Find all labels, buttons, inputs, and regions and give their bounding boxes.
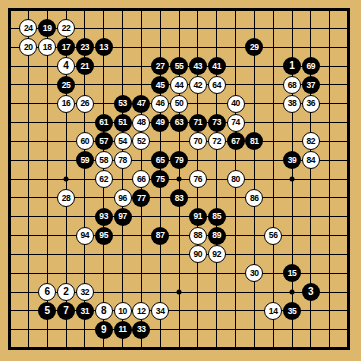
grid-line-horizontal xyxy=(8,235,350,236)
stone-53-black[interactable]: 53 xyxy=(114,95,132,113)
move-number-label: 20 xyxy=(24,43,33,52)
grid-line-vertical xyxy=(329,8,330,350)
stone-1-black[interactable]: 1 xyxy=(283,57,301,75)
stone-84-white[interactable]: 84 xyxy=(302,151,320,169)
stone-40-white[interactable]: 40 xyxy=(227,95,245,113)
stone-86-white[interactable]: 86 xyxy=(245,189,263,207)
stone-90-white[interactable]: 90 xyxy=(189,245,207,263)
stone-66-white[interactable]: 66 xyxy=(132,170,150,188)
move-number-label: 31 xyxy=(81,307,90,316)
move-number-label: 16 xyxy=(62,99,71,108)
move-number-label: 89 xyxy=(212,231,221,240)
move-number-label: 80 xyxy=(231,175,240,184)
move-number-label: 40 xyxy=(231,99,240,108)
stone-77-black[interactable]: 77 xyxy=(132,189,150,207)
stone-34-white[interactable]: 34 xyxy=(151,302,169,320)
move-number-label: 77 xyxy=(137,194,146,203)
stone-22-white[interactable]: 22 xyxy=(57,19,75,37)
stone-12-white[interactable]: 12 xyxy=(132,302,150,320)
stone-61-black[interactable]: 61 xyxy=(95,114,113,132)
stone-89-black[interactable]: 89 xyxy=(208,227,226,245)
move-number-label: 32 xyxy=(81,288,90,297)
move-number-label: 75 xyxy=(156,175,165,184)
move-number-label: 19 xyxy=(43,24,52,33)
stone-95-black[interactable]: 95 xyxy=(95,227,113,245)
stone-35-black[interactable]: 35 xyxy=(283,302,301,320)
move-number-label: 26 xyxy=(81,99,90,108)
stone-51-black[interactable]: 51 xyxy=(114,114,132,132)
move-number-label: 6 xyxy=(44,287,50,297)
move-number-label: 46 xyxy=(156,99,165,108)
move-number-label: 14 xyxy=(269,307,278,316)
stone-80-white[interactable]: 80 xyxy=(227,170,245,188)
stone-44-white[interactable]: 44 xyxy=(170,76,188,94)
stone-60-white[interactable]: 60 xyxy=(76,132,94,150)
star-point xyxy=(290,290,295,295)
move-number-label: 63 xyxy=(175,118,184,127)
stone-82-white[interactable]: 82 xyxy=(302,132,320,150)
stone-18-white[interactable]: 18 xyxy=(38,38,56,56)
grid-line-vertical xyxy=(273,8,274,350)
star-point xyxy=(177,290,182,295)
move-number-label: 71 xyxy=(194,118,203,127)
move-number-label: 67 xyxy=(231,137,240,146)
move-number-label: 62 xyxy=(99,175,108,184)
move-number-label: 7 xyxy=(63,306,69,316)
move-number-label: 84 xyxy=(307,156,316,165)
move-number-label: 95 xyxy=(99,231,108,240)
stone-26-white[interactable]: 26 xyxy=(76,95,94,113)
stone-96-white[interactable]: 96 xyxy=(114,189,132,207)
move-number-label: 73 xyxy=(212,118,221,127)
go-board: 1234567891011121314151617181920212223242… xyxy=(0,0,361,361)
move-number-label: 88 xyxy=(194,231,203,240)
stone-27-black[interactable]: 27 xyxy=(151,57,169,75)
stone-72-white[interactable]: 72 xyxy=(208,132,226,150)
stone-23-black[interactable]: 23 xyxy=(76,38,94,56)
move-number-label: 65 xyxy=(156,156,165,165)
stone-68-white[interactable]: 68 xyxy=(283,76,301,94)
stone-75-black[interactable]: 75 xyxy=(151,170,169,188)
move-number-label: 78 xyxy=(118,156,127,165)
stone-69-black[interactable]: 69 xyxy=(302,57,320,75)
move-number-label: 39 xyxy=(288,156,297,165)
star-point xyxy=(290,177,295,182)
stone-81-black[interactable]: 81 xyxy=(245,132,263,150)
stone-4-white[interactable]: 4 xyxy=(57,57,75,75)
move-number-label: 53 xyxy=(118,99,127,108)
stone-54-white[interactable]: 54 xyxy=(114,132,132,150)
stone-45-black[interactable]: 45 xyxy=(151,76,169,94)
stone-93-black[interactable]: 93 xyxy=(95,208,113,226)
move-number-label: 49 xyxy=(156,118,165,127)
move-number-label: 10 xyxy=(118,307,127,316)
move-number-label: 60 xyxy=(81,137,90,146)
stone-87-black[interactable]: 87 xyxy=(151,227,169,245)
move-number-label: 34 xyxy=(156,307,165,316)
stone-16-white[interactable]: 16 xyxy=(57,95,75,113)
stone-76-white[interactable]: 76 xyxy=(189,170,207,188)
move-number-label: 56 xyxy=(269,231,278,240)
stone-8-white[interactable]: 8 xyxy=(95,302,113,320)
stone-25-black[interactable]: 25 xyxy=(57,76,75,94)
move-number-label: 93 xyxy=(99,212,108,221)
stone-91-black[interactable]: 91 xyxy=(189,208,207,226)
stone-37-black[interactable]: 37 xyxy=(302,76,320,94)
stone-36-white[interactable]: 36 xyxy=(302,95,320,113)
stone-38-white[interactable]: 38 xyxy=(283,95,301,113)
move-number-label: 57 xyxy=(99,137,108,146)
stone-28-white[interactable]: 28 xyxy=(57,189,75,207)
stone-57-black[interactable]: 57 xyxy=(95,132,113,150)
stone-46-white[interactable]: 46 xyxy=(151,95,169,113)
move-number-label: 37 xyxy=(307,81,316,90)
move-number-label: 76 xyxy=(194,175,203,184)
stone-88-white[interactable]: 88 xyxy=(189,227,207,245)
stone-30-white[interactable]: 30 xyxy=(245,264,263,282)
move-number-label: 29 xyxy=(250,43,259,52)
move-number-label: 52 xyxy=(137,137,146,146)
move-number-label: 36 xyxy=(307,99,316,108)
grid-line-vertical xyxy=(254,8,255,350)
stone-63-black[interactable]: 63 xyxy=(170,114,188,132)
stone-7-black[interactable]: 7 xyxy=(57,302,75,320)
stone-73-black[interactable]: 73 xyxy=(208,114,226,132)
grid-line-horizontal xyxy=(8,347,350,350)
move-number-label: 25 xyxy=(62,81,71,90)
stone-43-black[interactable]: 43 xyxy=(189,57,207,75)
stone-17-black[interactable]: 17 xyxy=(57,38,75,56)
move-number-label: 30 xyxy=(250,269,259,278)
stone-92-white[interactable]: 92 xyxy=(208,245,226,263)
move-number-label: 64 xyxy=(212,81,221,90)
move-number-label: 72 xyxy=(212,137,221,146)
stone-24-white[interactable]: 24 xyxy=(19,19,37,37)
move-number-label: 51 xyxy=(118,118,127,127)
stone-56-white[interactable]: 56 xyxy=(264,227,282,245)
move-number-label: 42 xyxy=(194,81,203,90)
move-number-label: 35 xyxy=(288,307,297,316)
stone-19-black[interactable]: 19 xyxy=(38,19,56,37)
move-number-label: 96 xyxy=(118,194,127,203)
move-number-label: 83 xyxy=(175,194,184,203)
stone-59-black[interactable]: 59 xyxy=(76,151,94,169)
move-number-label: 50 xyxy=(175,99,184,108)
move-number-label: 74 xyxy=(231,118,240,127)
move-number-label: 48 xyxy=(137,118,146,127)
move-number-label: 90 xyxy=(194,250,203,259)
stone-55-black[interactable]: 55 xyxy=(170,57,188,75)
stone-85-black[interactable]: 85 xyxy=(208,208,226,226)
move-number-label: 94 xyxy=(81,231,90,240)
stone-47-black[interactable]: 47 xyxy=(132,95,150,113)
move-number-label: 43 xyxy=(194,62,203,71)
stone-3-black[interactable]: 3 xyxy=(302,283,320,301)
stone-42-white[interactable]: 42 xyxy=(189,76,207,94)
move-number-label: 45 xyxy=(156,81,165,90)
stone-21-black[interactable]: 21 xyxy=(76,57,94,75)
move-number-label: 9 xyxy=(101,325,107,335)
stone-70-white[interactable]: 70 xyxy=(189,132,207,150)
move-number-label: 68 xyxy=(288,81,297,90)
stone-6-white[interactable]: 6 xyxy=(38,283,56,301)
stone-52-white[interactable]: 52 xyxy=(132,132,150,150)
stone-48-white[interactable]: 48 xyxy=(132,114,150,132)
move-number-label: 28 xyxy=(62,194,71,203)
move-number-label: 15 xyxy=(288,269,297,278)
stone-39-black[interactable]: 39 xyxy=(283,151,301,169)
move-number-label: 87 xyxy=(156,231,165,240)
stone-65-black[interactable]: 65 xyxy=(151,151,169,169)
move-number-label: 86 xyxy=(250,194,259,203)
move-number-label: 91 xyxy=(194,212,203,221)
move-number-label: 8 xyxy=(101,306,107,316)
move-number-label: 3 xyxy=(308,287,314,297)
move-number-label: 2 xyxy=(63,287,69,297)
move-number-label: 61 xyxy=(99,118,108,127)
stone-31-black[interactable]: 31 xyxy=(76,302,94,320)
stone-5-black[interactable]: 5 xyxy=(38,302,56,320)
stone-49-black[interactable]: 49 xyxy=(151,114,169,132)
stone-11-black[interactable]: 11 xyxy=(114,321,132,339)
stone-15-black[interactable]: 15 xyxy=(283,264,301,282)
stone-50-white[interactable]: 50 xyxy=(170,95,188,113)
move-number-label: 70 xyxy=(194,137,203,146)
move-number-label: 23 xyxy=(81,43,90,52)
star-point xyxy=(177,177,182,182)
stone-33-black[interactable]: 33 xyxy=(132,321,150,339)
move-number-label: 18 xyxy=(43,43,52,52)
move-number-label: 82 xyxy=(307,137,316,146)
stone-64-white[interactable]: 64 xyxy=(208,76,226,94)
stone-97-black[interactable]: 97 xyxy=(114,208,132,226)
move-number-label: 41 xyxy=(212,62,221,71)
move-number-label: 81 xyxy=(250,137,259,146)
stone-41-black[interactable]: 41 xyxy=(208,57,226,75)
stone-14-white[interactable]: 14 xyxy=(264,302,282,320)
move-number-label: 59 xyxy=(81,156,90,165)
move-number-label: 27 xyxy=(156,62,165,71)
move-number-label: 22 xyxy=(62,24,71,33)
stone-79-black[interactable]: 79 xyxy=(170,151,188,169)
stone-67-black[interactable]: 67 xyxy=(227,132,245,150)
grid-line-horizontal xyxy=(8,329,350,330)
star-point xyxy=(64,177,69,182)
move-number-label: 47 xyxy=(137,99,146,108)
stone-2-white[interactable]: 2 xyxy=(57,283,75,301)
stone-20-white[interactable]: 20 xyxy=(19,38,37,56)
move-number-label: 21 xyxy=(81,62,90,71)
grid-line-horizontal xyxy=(8,216,350,217)
move-number-label: 69 xyxy=(307,62,316,71)
stone-10-white[interactable]: 10 xyxy=(114,302,132,320)
move-number-label: 4 xyxy=(63,61,69,71)
move-number-label: 33 xyxy=(137,325,146,334)
move-number-label: 54 xyxy=(118,137,127,146)
move-number-label: 1 xyxy=(289,61,295,71)
move-number-label: 24 xyxy=(24,24,33,33)
move-number-label: 44 xyxy=(175,81,184,90)
grid-line-horizontal xyxy=(8,254,350,255)
move-number-label: 11 xyxy=(118,325,126,334)
stone-94-white[interactable]: 94 xyxy=(76,227,94,245)
move-number-label: 55 xyxy=(175,62,184,71)
stone-58-white[interactable]: 58 xyxy=(95,151,113,169)
move-number-label: 97 xyxy=(118,212,127,221)
stone-13-black[interactable]: 13 xyxy=(95,38,113,56)
move-number-label: 66 xyxy=(137,175,146,184)
stone-71-black[interactable]: 71 xyxy=(189,114,207,132)
stone-78-white[interactable]: 78 xyxy=(114,151,132,169)
stone-83-black[interactable]: 83 xyxy=(170,189,188,207)
move-number-label: 92 xyxy=(212,250,221,259)
move-number-label: 5 xyxy=(44,306,50,316)
stone-32-white[interactable]: 32 xyxy=(76,283,94,301)
move-number-label: 85 xyxy=(212,212,221,221)
move-number-label: 12 xyxy=(137,307,146,316)
move-number-label: 58 xyxy=(99,156,108,165)
move-number-label: 17 xyxy=(62,43,71,52)
move-number-label: 79 xyxy=(175,156,184,165)
stone-9-black[interactable]: 9 xyxy=(95,321,113,339)
stone-62-white[interactable]: 62 xyxy=(95,170,113,188)
stone-29-black[interactable]: 29 xyxy=(245,38,263,56)
move-number-label: 13 xyxy=(99,43,108,52)
move-number-label: 38 xyxy=(288,99,297,108)
stone-74-white[interactable]: 74 xyxy=(227,114,245,132)
grid-line-vertical xyxy=(347,8,350,350)
